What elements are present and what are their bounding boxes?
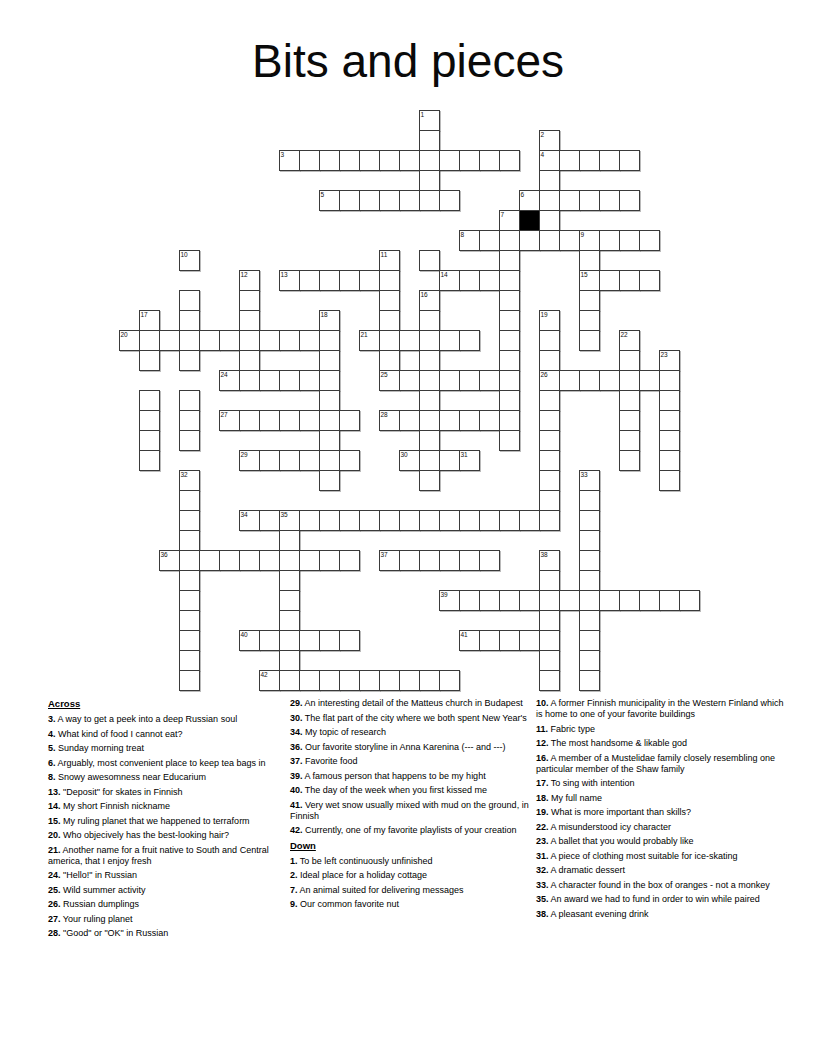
grid-cell[interactable] [119,330,140,351]
grid-cell[interactable] [599,230,620,251]
grid-cell[interactable] [179,290,200,311]
grid-cell[interactable] [679,590,700,611]
grid-cell[interactable] [319,410,340,431]
grid-cell[interactable] [159,330,180,351]
grid-cell[interactable] [659,350,680,371]
grid-cell[interactable] [319,150,340,171]
grid-cell[interactable] [539,510,560,531]
grid-cell[interactable] [539,170,560,191]
grid-cell[interactable] [319,630,340,651]
grid-cell[interactable] [319,510,340,531]
grid-cell[interactable] [659,390,680,411]
grid-cell[interactable] [639,230,660,251]
grid-cell[interactable] [419,130,440,151]
grid-cell[interactable] [239,450,260,471]
grid-cell[interactable] [299,150,320,171]
grid-cell[interactable] [479,150,500,171]
grid-cell[interactable] [339,450,360,471]
grid-cell[interactable] [439,270,460,291]
grid-cell[interactable] [419,290,440,311]
grid-cell[interactable] [539,130,560,151]
grid-cell[interactable] [439,510,460,531]
grid-cell[interactable] [379,370,400,391]
grid-cell[interactable] [139,330,160,351]
clue-item: 19. What is more important than skills? [536,807,784,818]
grid-cell[interactable] [379,290,400,311]
grid-cell[interactable] [139,410,160,431]
grid-cell[interactable] [279,610,300,631]
grid-cell[interactable] [539,390,560,411]
grid-cell[interactable] [179,470,200,491]
grid-cell[interactable] [179,510,200,531]
grid-cell[interactable] [259,410,280,431]
grid-cell[interactable] [179,430,200,451]
grid-cell[interactable] [419,670,440,691]
grid-cell[interactable] [319,270,340,291]
grid-cell[interactable] [139,450,160,471]
grid-cell[interactable] [619,330,640,351]
grid-cell[interactable] [419,150,440,171]
grid-cell[interactable] [619,270,640,291]
grid-cell[interactable] [279,570,300,591]
grid-cell[interactable] [619,430,640,451]
grid-cell[interactable] [419,350,440,371]
grid-cell[interactable] [659,470,680,491]
grid-cell[interactable] [499,230,520,251]
grid-cell[interactable] [539,610,560,631]
grid-cell[interactable] [599,190,620,211]
grid-cell[interactable] [279,670,300,691]
grid-cell[interactable] [359,330,380,351]
grid-cell[interactable] [659,590,680,611]
grid-cell[interactable] [599,590,620,611]
grid-cell[interactable] [179,350,200,371]
grid-cell[interactable] [439,590,460,611]
grid-cell[interactable] [499,290,520,311]
grid-cell[interactable] [319,430,340,451]
grid-cell[interactable] [179,610,200,631]
grid-cell[interactable] [379,330,400,351]
clue-item: 7. An animal suited for delivering messa… [290,885,533,896]
grid-cell[interactable] [519,590,540,611]
grid-cell[interactable] [259,630,280,651]
grid-cell[interactable] [459,270,480,291]
grid-cell[interactable] [259,370,280,391]
grid-cell[interactable] [619,190,640,211]
grid-cell[interactable] [539,490,560,511]
clue-item: 25. Wild summer activity [48,885,286,896]
grid-cell[interactable] [479,270,500,291]
grid-cell[interactable] [419,550,440,571]
grid-cell[interactable] [179,310,200,331]
grid-cell[interactable] [279,510,300,531]
grid-cell[interactable] [639,590,660,611]
grid-cell[interactable] [179,490,200,511]
grid-cell[interactable] [399,410,420,431]
grid-cell[interactable] [499,370,520,391]
grid-cell[interactable] [179,250,200,271]
grid-cell[interactable] [299,510,320,531]
grid-cell[interactable] [139,430,160,451]
grid-cell[interactable] [339,510,360,531]
grid-cell[interactable] [579,630,600,651]
grid-cell[interactable] [299,370,320,391]
grid-cell[interactable] [599,270,620,291]
grid-cell[interactable] [479,630,500,651]
clue-item: 6. Arguably, most convenient place to ke… [48,758,286,769]
grid-cell[interactable] [619,350,640,371]
grid-cell[interactable] [439,450,460,471]
grid-cell[interactable] [579,610,600,631]
grid-cell[interactable] [539,450,560,471]
grid-cell[interactable] [599,370,620,391]
grid-cell[interactable] [419,450,440,471]
grid-cell[interactable] [559,150,580,171]
grid-cell[interactable] [499,630,520,651]
grid-cell[interactable] [539,190,560,211]
grid-cell[interactable] [539,650,560,671]
grid-cell[interactable] [239,550,260,571]
grid-cell[interactable] [339,270,360,291]
grid-cell[interactable] [179,670,200,691]
grid-cell[interactable] [279,450,300,471]
grid-cell[interactable] [579,330,600,351]
grid-cell[interactable] [399,150,420,171]
grid-cell[interactable] [459,450,480,471]
grid-cell[interactable] [499,350,520,371]
grid-cell[interactable] [419,110,440,131]
grid-cell[interactable] [319,670,340,691]
grid-cell[interactable] [519,230,540,251]
grid-cell[interactable] [199,330,220,351]
grid-cell[interactable] [659,450,680,471]
grid-cell[interactable] [599,150,620,171]
grid-cell[interactable] [619,410,640,431]
grid-cell[interactable] [619,230,640,251]
grid-cell[interactable] [279,650,300,671]
grid-cell[interactable] [239,310,260,331]
grid-cell[interactable] [499,510,520,531]
grid-cell[interactable] [579,250,600,271]
grid-cell[interactable] [579,230,600,251]
grid-cell[interactable] [439,410,460,431]
grid-cell[interactable] [419,390,440,411]
grid-cell[interactable] [179,330,200,351]
grid-cell[interactable] [299,550,320,571]
grid-cell[interactable] [479,230,500,251]
grid-cell[interactable] [339,670,360,691]
grid-cell[interactable] [419,370,440,391]
grid-cell[interactable] [419,510,440,531]
grid-cell[interactable] [439,150,460,171]
grid-cell[interactable] [299,450,320,471]
grid-cell[interactable] [479,410,500,431]
grid-cell[interactable] [379,350,400,371]
grid-cell[interactable] [299,270,320,291]
grid-cell[interactable] [539,550,560,571]
grid-cell[interactable] [579,190,600,211]
grid-cell[interactable] [419,190,440,211]
page: { "title": "Bits and pieces", "game": "c… [0,0,816,1056]
grid-cell[interactable] [379,190,400,211]
grid-cell[interactable] [539,670,560,691]
grid-cell[interactable] [459,510,480,531]
grid-cell[interactable] [539,310,560,331]
grid-cell[interactable] [459,410,480,431]
grid-cell[interactable] [239,290,260,311]
grid-cell[interactable] [259,330,280,351]
grid-cell[interactable] [619,450,640,471]
grid-cell[interactable] [579,550,600,571]
grid-cell[interactable] [279,630,300,651]
grid-cell[interactable] [219,330,240,351]
grid-cell[interactable] [179,410,200,431]
grid-cell[interactable] [399,510,420,531]
grid-cell[interactable] [539,350,560,371]
grid-cell[interactable] [259,670,280,691]
grid-cell[interactable] [619,150,640,171]
grid-cell[interactable] [279,370,300,391]
grid-cell[interactable] [459,550,480,571]
grid-cell[interactable] [619,390,640,411]
grid-cell[interactable] [499,210,520,231]
grid-cell[interactable] [439,190,460,211]
grid-cell[interactable] [619,370,640,391]
grid-cell[interactable] [639,270,660,291]
grid-cell[interactable] [639,370,660,391]
grid-cell[interactable] [499,150,520,171]
clue-column-2: 29. An interesting detail of the Matteus… [290,698,533,914]
grid-cell[interactable] [379,310,400,331]
grid-cell[interactable] [539,330,560,351]
grid-cell[interactable] [139,390,160,411]
grid-cell[interactable] [319,470,340,491]
grid-cell[interactable] [299,410,320,431]
grid-cell[interactable] [319,390,340,411]
grid-cell[interactable] [339,630,360,651]
grid-cell[interactable] [259,450,280,471]
grid-cell[interactable] [419,430,440,451]
grid-cell[interactable] [399,450,420,471]
grid-cell[interactable] [459,150,480,171]
grid-cell[interactable] [239,370,260,391]
grid-cell[interactable] [239,510,260,531]
grid-cell[interactable] [179,570,200,591]
grid-cell[interactable] [579,290,600,311]
grid-cell[interactable] [179,530,200,551]
grid-cell[interactable] [379,270,400,291]
clue-item: 28. "Good" or "OK" in Russian [48,928,286,939]
grid-cell[interactable] [319,190,340,211]
clue-item: 39. A famous person that happens to be m… [290,771,533,782]
grid-cell[interactable] [439,370,460,391]
grid-cell[interactable] [139,310,160,331]
grid-cell[interactable] [199,550,220,571]
grid-cell[interactable] [539,430,560,451]
grid-cell[interactable] [579,310,600,331]
grid-cell[interactable] [579,470,600,491]
grid-cell[interactable] [559,230,580,251]
clue-item: 40. The day of the week when you first k… [290,785,533,796]
grid-cell[interactable] [399,550,420,571]
grid-cell[interactable] [539,590,560,611]
clue-item: 8. Snowy awesomness near Educarium [48,772,286,783]
grid-cell[interactable] [499,430,520,451]
grid-cell[interactable] [419,310,440,331]
grid-cell[interactable] [479,590,500,611]
crossword-grid[interactable]: 1234567891011121314151617181920212223242… [119,110,700,691]
grid-cell[interactable] [439,670,460,691]
grid-cell[interactable] [179,390,200,411]
grid-cell[interactable] [239,270,260,291]
grid-cell[interactable] [539,410,560,431]
grid-cell[interactable] [559,590,580,611]
grid-cell[interactable] [219,370,240,391]
grid-cell[interactable] [359,670,380,691]
grid-cell[interactable] [179,590,200,611]
grid-cell[interactable] [299,630,320,651]
grid-cell[interactable] [459,230,480,251]
grid-cell[interactable] [319,550,340,571]
grid-cell[interactable] [459,630,480,651]
grid-cell[interactable] [539,470,560,491]
grid-cell[interactable] [359,190,380,211]
grid-cell[interactable] [499,410,520,431]
grid-cell[interactable] [359,270,380,291]
grid-cell[interactable] [539,570,560,591]
grid-cell[interactable] [499,310,520,331]
grid-cell[interactable] [279,590,300,611]
grid-cell[interactable] [179,630,200,651]
grid-cell[interactable] [419,330,440,351]
grid-cell[interactable] [279,530,300,551]
grid-cell[interactable] [319,330,340,351]
clue-item: 3. A way to get a peek into a deep Russi… [48,714,286,725]
grid-cell[interactable] [279,270,300,291]
grid-cell[interactable] [319,350,340,371]
grid-cell[interactable] [359,510,380,531]
grid-cell[interactable] [519,510,540,531]
grid-cell[interactable] [419,470,440,491]
grid-cell[interactable] [459,370,480,391]
grid-cell[interactable] [579,570,600,591]
grid-cell[interactable] [479,550,500,571]
grid-cell[interactable] [559,370,580,391]
grid-cell[interactable] [399,370,420,391]
clue-item: 13. "Deposit" for skates in Finnish [48,787,286,798]
grid-cell[interactable] [539,210,560,231]
grid-cell[interactable] [319,370,340,391]
grid-cell[interactable] [339,190,360,211]
grid-cell[interactable] [519,190,540,211]
grid-cell[interactable] [379,410,400,431]
grid-cell[interactable] [239,630,260,651]
grid-cell[interactable] [619,590,640,611]
grid-cell[interactable] [419,170,440,191]
grid-cell[interactable] [279,330,300,351]
grid-cell[interactable] [499,330,520,351]
grid-cell[interactable] [579,530,600,551]
grid-cell[interactable] [379,150,400,171]
clue-item: 42. Currently, one of my favorite playli… [290,825,533,836]
grid-cell[interactable] [459,590,480,611]
grid-cell[interactable] [479,370,500,391]
grid-cell[interactable] [579,490,600,511]
grid-cell[interactable] [359,150,380,171]
grid-cell[interactable] [339,410,360,431]
grid-cell[interactable] [279,550,300,571]
grid-cell[interactable] [499,270,520,291]
grid-cell[interactable] [219,550,240,571]
grid-cell[interactable] [379,670,400,691]
grid-cell[interactable] [239,410,260,431]
grid-cell[interactable] [659,370,680,391]
grid-cell[interactable] [539,630,560,651]
grid-cell[interactable] [339,550,360,571]
grid-cell[interactable] [179,650,200,671]
grid-cell[interactable] [499,250,520,271]
grid-cell[interactable] [279,150,300,171]
grid-cell[interactable] [559,190,580,211]
grid-cell[interactable] [179,550,200,571]
grid-cell[interactable] [579,590,600,611]
grid-cell[interactable] [379,510,400,531]
grid-cell[interactable] [399,330,420,351]
grid-cell[interactable] [159,550,180,571]
grid-cell[interactable] [579,510,600,531]
grid-cell[interactable] [299,330,320,351]
grid-cell[interactable] [419,250,440,271]
grid-cell[interactable] [379,550,400,571]
grid-cell[interactable] [539,230,560,251]
grid-cell[interactable] [499,390,520,411]
grid-cell[interactable] [379,250,400,271]
grid-cell[interactable] [479,510,500,531]
grid-cell[interactable] [519,630,540,651]
grid-cell[interactable] [579,650,600,671]
grid-cell[interactable] [539,150,560,171]
grid-cell[interactable] [579,150,600,171]
grid-cell[interactable] [659,410,680,431]
clue-item: 10. A former Finnish municipality in the… [536,698,784,720]
grid-cell[interactable] [399,190,420,211]
grid-cell[interactable] [239,350,260,371]
grid-cell[interactable] [339,150,360,171]
grid-cell[interactable] [319,310,340,331]
grid-cell[interactable] [579,370,600,391]
grid-cell[interactable] [419,410,440,431]
down-header: Down [290,840,533,851]
grid-cell[interactable] [319,450,340,471]
grid-cell[interactable] [259,510,280,531]
grid-cell[interactable] [259,550,280,571]
grid-cell[interactable] [459,330,480,351]
grid-cell[interactable] [279,410,300,431]
clue-item: 4. What kind of food I cannot eat? [48,729,286,740]
grid-cell[interactable] [579,270,600,291]
grid-cell[interactable] [239,330,260,351]
grid-cell[interactable] [499,590,520,611]
grid-cell[interactable] [299,670,320,691]
grid-cell[interactable] [579,670,600,691]
grid-cell[interactable] [139,350,160,371]
grid-cell[interactable] [659,430,680,451]
grid-cell[interactable] [439,330,460,351]
grid-cell[interactable] [399,670,420,691]
grid-cell[interactable] [219,410,240,431]
grid-cell[interactable] [539,370,560,391]
grid-cell[interactable] [439,550,460,571]
